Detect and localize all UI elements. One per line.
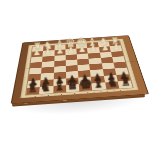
board-square: ♞ — [105, 81, 120, 89]
chessboard: ♜♞♝♛♚♝♞♜♟♟♟♟♟♟♟♟♟♟♟♟♟♟♟♟♜♞♝♛♚♝♞♜ — [11, 35, 150, 104]
board-square: ♜ — [118, 81, 133, 89]
white-pawn: ♟ — [42, 47, 54, 56]
board-square: ♚ — [79, 83, 93, 91]
product-photo-scene: ♜♞♝♛♚♝♞♜♟♟♟♟♟♟♟♟♟♟♟♟♟♟♟♟♜♞♝♛♚♝♞♜ — [0, 0, 150, 150]
white-pawn: ♟ — [87, 44, 99, 53]
black-bishop: ♝ — [52, 79, 66, 93]
white-pawn: ♟ — [99, 43, 111, 52]
black-bishop: ♝ — [92, 76, 106, 90]
board-square: ♟ — [65, 49, 76, 55]
white-pawn: ♟ — [31, 48, 43, 57]
board-square: ♛ — [66, 84, 79, 92]
board-square: ♟ — [87, 47, 99, 53]
board-square: ♟ — [98, 46, 110, 52]
white-pawn: ♟ — [110, 42, 122, 51]
board-square: ♟ — [43, 50, 54, 56]
black-knight: ♞ — [39, 81, 53, 94]
black-queen: ♛ — [65, 77, 79, 92]
white-pawn: ♟ — [76, 45, 88, 54]
black-rook: ♜ — [26, 83, 40, 95]
white-pawn: ♟ — [65, 46, 77, 55]
board-tilt-wrapper: ♜♞♝♛♚♝♞♜♟♟♟♟♟♟♟♟♟♟♟♟♟♟♟♟♜♞♝♛♚♝♞♜ — [0, 0, 150, 150]
board-square: ♟ — [54, 50, 65, 56]
perspective-container: ♜♞♝♛♚♝♞♜♟♟♟♟♟♟♟♟♟♟♟♟♟♟♟♟♜♞♝♛♚♝♞♜ — [3, 0, 150, 150]
black-knight: ♞ — [105, 77, 119, 90]
board-square: ♝ — [92, 82, 106, 90]
board-square: ♞ — [40, 86, 54, 94]
board-square: ♟ — [110, 46, 122, 52]
black-rook: ♜ — [118, 77, 132, 89]
board-square: ♟ — [76, 48, 88, 54]
white-pawn: ♟ — [54, 46, 66, 55]
board-square: ♝ — [53, 85, 66, 93]
